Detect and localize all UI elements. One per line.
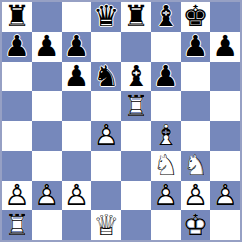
square-a4[interactable] xyxy=(2,121,32,151)
square-c2[interactable]: ♟♙ xyxy=(62,181,92,211)
black-pawn-icon: ♟ xyxy=(62,62,92,92)
square-h2[interactable]: ♟♙ xyxy=(210,181,240,211)
white-pawn-outline-icon: ♙ xyxy=(210,181,240,211)
white-pawn-outline-icon: ♙ xyxy=(151,181,181,211)
square-d3[interactable] xyxy=(91,151,121,181)
square-f1[interactable] xyxy=(151,210,181,240)
square-h5[interactable] xyxy=(210,91,240,121)
piece-white-pawn: ♟♙ xyxy=(210,181,240,211)
square-d4[interactable]: ♟♙ xyxy=(91,121,121,151)
piece-white-knight: ♞♘ xyxy=(181,151,211,181)
square-h1[interactable] xyxy=(210,210,240,240)
white-pawn-outline-icon: ♙ xyxy=(181,181,211,211)
square-b4[interactable] xyxy=(32,121,62,151)
square-c4[interactable] xyxy=(62,121,92,151)
white-rook-outline-icon: ♖ xyxy=(121,91,151,121)
square-g2[interactable]: ♟♙ xyxy=(181,181,211,211)
square-b3[interactable] xyxy=(32,151,62,181)
black-pawn-icon: ♟ xyxy=(210,32,240,62)
black-pawn-icon: ♟ xyxy=(181,32,211,62)
chess-board: ♜♛♜♝♚♟♟♟♟♟♟♞♝♟♜♖♟♙♝♗♞♘♞♘♟♙♟♙♟♙♟♙♟♙♟♙♜♖♛♕… xyxy=(0,0,242,242)
piece-black-pawn: ♟ xyxy=(2,32,32,62)
square-e3[interactable] xyxy=(121,151,151,181)
square-g5[interactable] xyxy=(181,91,211,121)
square-h3[interactable] xyxy=(210,151,240,181)
square-b6[interactable] xyxy=(32,62,62,92)
square-g4[interactable] xyxy=(181,121,211,151)
white-rook-outline-icon: ♖ xyxy=(2,210,32,240)
black-knight-icon: ♞ xyxy=(91,62,121,92)
square-f7[interactable] xyxy=(151,32,181,62)
square-b8[interactable] xyxy=(32,2,62,32)
square-c5[interactable] xyxy=(62,91,92,121)
white-knight-outline-icon: ♘ xyxy=(181,151,211,181)
square-a5[interactable] xyxy=(2,91,32,121)
white-king-outline-icon: ♔ xyxy=(181,210,211,240)
black-queen-icon: ♛ xyxy=(91,2,121,32)
square-e4[interactable] xyxy=(121,121,151,151)
piece-black-bishop: ♝ xyxy=(121,62,151,92)
square-d6[interactable]: ♞ xyxy=(91,62,121,92)
square-c8[interactable] xyxy=(62,2,92,32)
piece-black-pawn: ♟ xyxy=(151,62,181,92)
piece-white-rook: ♜♖ xyxy=(121,91,151,121)
square-a6[interactable] xyxy=(2,62,32,92)
piece-black-pawn: ♟ xyxy=(32,32,62,62)
black-bishop-icon: ♝ xyxy=(151,2,181,32)
square-d1[interactable]: ♛♕ xyxy=(91,210,121,240)
square-a1[interactable]: ♜♖ xyxy=(2,210,32,240)
square-b2[interactable]: ♟♙ xyxy=(32,181,62,211)
piece-black-pawn: ♟ xyxy=(62,32,92,62)
square-d8[interactable]: ♛ xyxy=(91,2,121,32)
black-pawn-icon: ♟ xyxy=(2,32,32,62)
square-d5[interactable] xyxy=(91,91,121,121)
square-d7[interactable] xyxy=(91,32,121,62)
square-d2[interactable] xyxy=(91,181,121,211)
square-c1[interactable] xyxy=(62,210,92,240)
square-e2[interactable] xyxy=(121,181,151,211)
square-b7[interactable]: ♟ xyxy=(32,32,62,62)
piece-black-queen: ♛ xyxy=(91,2,121,32)
square-c7[interactable]: ♟ xyxy=(62,32,92,62)
piece-white-pawn: ♟♙ xyxy=(62,181,92,211)
piece-white-pawn: ♟♙ xyxy=(2,181,32,211)
square-e8[interactable]: ♜ xyxy=(121,2,151,32)
piece-white-bishop: ♝♗ xyxy=(151,121,181,151)
piece-white-pawn: ♟♙ xyxy=(181,181,211,211)
piece-black-knight: ♞ xyxy=(91,62,121,92)
square-f5[interactable] xyxy=(151,91,181,121)
square-h4[interactable] xyxy=(210,121,240,151)
piece-black-rook: ♜ xyxy=(2,2,32,32)
black-rook-icon: ♜ xyxy=(2,2,32,32)
piece-black-bishop: ♝ xyxy=(151,2,181,32)
square-e7[interactable] xyxy=(121,32,151,62)
square-g6[interactable] xyxy=(181,62,211,92)
white-bishop-outline-icon: ♗ xyxy=(151,121,181,151)
square-b5[interactable] xyxy=(32,91,62,121)
black-pawn-icon: ♟ xyxy=(151,62,181,92)
square-c3[interactable] xyxy=(62,151,92,181)
square-h8[interactable] xyxy=(210,2,240,32)
piece-black-pawn: ♟ xyxy=(181,32,211,62)
piece-white-rook: ♜♖ xyxy=(2,210,32,240)
piece-black-pawn: ♟ xyxy=(210,32,240,62)
square-e6[interactable]: ♝ xyxy=(121,62,151,92)
white-knight-outline-icon: ♘ xyxy=(151,151,181,181)
square-e5[interactable]: ♜♖ xyxy=(121,91,151,121)
black-rook-icon: ♜ xyxy=(121,2,151,32)
square-a7[interactable]: ♟ xyxy=(2,32,32,62)
piece-black-pawn: ♟ xyxy=(62,62,92,92)
piece-white-king: ♚♔ xyxy=(181,210,211,240)
square-g1[interactable]: ♚♔ xyxy=(181,210,211,240)
square-f6[interactable]: ♟ xyxy=(151,62,181,92)
square-a8[interactable]: ♜ xyxy=(2,2,32,32)
square-b1[interactable] xyxy=(32,210,62,240)
square-e1[interactable] xyxy=(121,210,151,240)
square-f8[interactable]: ♝ xyxy=(151,2,181,32)
square-g3[interactable]: ♞♘ xyxy=(181,151,211,181)
white-pawn-outline-icon: ♙ xyxy=(62,181,92,211)
black-pawn-icon: ♟ xyxy=(62,32,92,62)
piece-black-king: ♚ xyxy=(181,2,211,32)
square-a3[interactable] xyxy=(2,151,32,181)
piece-white-queen: ♛♕ xyxy=(91,210,121,240)
square-h6[interactable] xyxy=(210,62,240,92)
square-f4[interactable]: ♝♗ xyxy=(151,121,181,151)
square-g7[interactable]: ♟ xyxy=(181,32,211,62)
black-bishop-icon: ♝ xyxy=(121,62,151,92)
piece-white-pawn: ♟♙ xyxy=(32,181,62,211)
white-pawn-outline-icon: ♙ xyxy=(2,181,32,211)
square-f2[interactable]: ♟♙ xyxy=(151,181,181,211)
piece-white-pawn: ♟♙ xyxy=(151,181,181,211)
piece-white-knight: ♞♘ xyxy=(151,151,181,181)
black-king-icon: ♚ xyxy=(181,2,211,32)
square-a2[interactable]: ♟♙ xyxy=(2,181,32,211)
square-f3[interactable]: ♞♘ xyxy=(151,151,181,181)
square-h7[interactable]: ♟ xyxy=(210,32,240,62)
piece-black-rook: ♜ xyxy=(121,2,151,32)
square-c6[interactable]: ♟ xyxy=(62,62,92,92)
black-pawn-icon: ♟ xyxy=(32,32,62,62)
square-g8[interactable]: ♚ xyxy=(181,2,211,32)
white-pawn-outline-icon: ♙ xyxy=(91,121,121,151)
piece-white-pawn: ♟♙ xyxy=(91,121,121,151)
white-queen-outline-icon: ♕ xyxy=(91,210,121,240)
white-pawn-outline-icon: ♙ xyxy=(32,181,62,211)
